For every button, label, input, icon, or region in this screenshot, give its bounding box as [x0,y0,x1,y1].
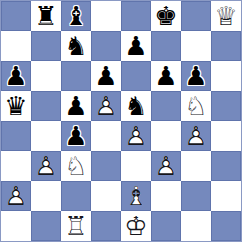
square-b3[interactable]: ♟♙ [31,151,61,181]
piece-black-rook[interactable]: ♜ [33,3,59,29]
square-e1[interactable]: ♚♔ [121,211,151,241]
square-g4[interactable]: ♟♙ [181,121,211,151]
square-d8[interactable] [91,1,121,31]
square-f1[interactable] [151,211,181,241]
square-h7[interactable] [211,31,241,61]
piece-white-king[interactable]: ♚♔ [123,213,149,239]
square-f7[interactable] [151,31,181,61]
piece-white-pawn[interactable]: ♟♙ [153,153,179,179]
square-f2[interactable] [151,181,181,211]
square-b7[interactable] [31,31,61,61]
piece-black-pawn[interactable]: ♟ [123,33,149,59]
square-d2[interactable] [91,181,121,211]
piece-white-pawn[interactable]: ♟♙ [93,93,119,119]
square-f4[interactable] [151,121,181,151]
square-g2[interactable] [181,181,211,211]
chess-board: ♜♝♚♛♕♞♟♟♟♟♟♛♟♟♙♞♞♘♟♟♙♟♙♟♙♞♘♟♙♟♙♝♗♜♖♚♔ [0,0,242,242]
square-c8[interactable]: ♝ [61,1,91,31]
white-pawn-outline: ♙ [3,183,29,209]
black-pawn-glyph: ♟ [63,93,89,119]
square-d7[interactable] [91,31,121,61]
square-c4[interactable]: ♟ [61,121,91,151]
square-c3[interactable]: ♞♘ [61,151,91,181]
piece-white-knight[interactable]: ♞♘ [63,153,89,179]
black-pawn-glyph: ♟ [153,63,179,89]
square-a5[interactable]: ♛ [1,91,31,121]
black-pawn-glyph: ♟ [3,63,29,89]
square-a2[interactable]: ♟♙ [1,181,31,211]
black-knight-glyph: ♞ [123,93,149,119]
square-h8[interactable]: ♛♕ [211,1,241,31]
piece-black-pawn[interactable]: ♟ [153,63,179,89]
square-c6[interactable] [61,61,91,91]
square-b1[interactable] [31,211,61,241]
square-e2[interactable]: ♝♗ [121,181,151,211]
square-d1[interactable] [91,211,121,241]
piece-black-pawn[interactable]: ♟ [63,93,89,119]
piece-black-queen[interactable]: ♛ [3,93,29,119]
square-c7[interactable]: ♞ [61,31,91,61]
square-e5[interactable]: ♞ [121,91,151,121]
square-e4[interactable]: ♟♙ [121,121,151,151]
black-pawn-glyph: ♟ [63,123,89,149]
black-pawn-glyph: ♟ [123,33,149,59]
square-b4[interactable] [31,121,61,151]
square-g5[interactable]: ♞♘ [181,91,211,121]
piece-black-pawn[interactable]: ♟ [183,63,209,89]
piece-white-pawn[interactable]: ♟♙ [3,183,29,209]
black-king-glyph: ♚ [153,3,179,29]
piece-black-king[interactable]: ♚ [153,3,179,29]
square-e8[interactable] [121,1,151,31]
square-a4[interactable] [1,121,31,151]
white-king-outline: ♔ [123,213,149,239]
square-d3[interactable] [91,151,121,181]
square-f3[interactable]: ♟♙ [151,151,181,181]
piece-white-pawn[interactable]: ♟♙ [123,123,149,149]
white-pawn-outline: ♙ [93,93,119,119]
square-c2[interactable] [61,181,91,211]
square-d4[interactable] [91,121,121,151]
square-h6[interactable] [211,61,241,91]
square-b8[interactable]: ♜ [31,1,61,31]
black-queen-glyph: ♛ [3,93,29,119]
square-a3[interactable] [1,151,31,181]
black-pawn-glyph: ♟ [93,63,119,89]
square-e3[interactable] [121,151,151,181]
square-b5[interactable] [31,91,61,121]
piece-white-pawn[interactable]: ♟♙ [183,123,209,149]
piece-black-knight[interactable]: ♞ [123,93,149,119]
square-b6[interactable] [31,61,61,91]
black-knight-glyph: ♞ [63,33,89,59]
square-g7[interactable] [181,31,211,61]
square-c5[interactable]: ♟ [61,91,91,121]
square-b2[interactable] [31,181,61,211]
square-a7[interactable] [1,31,31,61]
piece-white-pawn[interactable]: ♟♙ [33,153,59,179]
square-h4[interactable] [211,121,241,151]
square-d6[interactable]: ♟ [91,61,121,91]
square-a8[interactable] [1,1,31,31]
square-h5[interactable] [211,91,241,121]
square-h3[interactable] [211,151,241,181]
piece-black-bishop[interactable]: ♝ [63,3,89,29]
white-pawn-outline: ♙ [153,153,179,179]
black-pawn-glyph: ♟ [183,63,209,89]
white-rook-outline: ♖ [63,213,89,239]
square-g3[interactable] [181,151,211,181]
square-e7[interactable]: ♟ [121,31,151,61]
piece-white-queen[interactable]: ♛♕ [213,3,239,29]
piece-black-pawn[interactable]: ♟ [93,63,119,89]
square-a1[interactable] [1,211,31,241]
white-knight-outline: ♘ [183,93,209,119]
piece-white-bishop[interactable]: ♝♗ [123,183,149,209]
white-pawn-outline: ♙ [183,123,209,149]
square-a6[interactable]: ♟ [1,61,31,91]
square-d5[interactable]: ♟♙ [91,91,121,121]
piece-white-knight[interactable]: ♞♘ [183,93,209,119]
piece-white-rook[interactable]: ♜♖ [63,213,89,239]
piece-black-pawn[interactable]: ♟ [3,63,29,89]
white-queen-outline: ♕ [213,3,239,29]
square-g8[interactable] [181,1,211,31]
white-pawn-outline: ♙ [33,153,59,179]
square-f6[interactable]: ♟ [151,61,181,91]
square-f8[interactable]: ♚ [151,1,181,31]
black-bishop-glyph: ♝ [63,3,89,29]
square-g1[interactable] [181,211,211,241]
square-g6[interactable]: ♟ [181,61,211,91]
square-h2[interactable] [211,181,241,211]
piece-black-knight[interactable]: ♞ [63,33,89,59]
piece-black-pawn[interactable]: ♟ [63,123,89,149]
square-c1[interactable]: ♜♖ [61,211,91,241]
square-f5[interactable] [151,91,181,121]
white-pawn-outline: ♙ [123,123,149,149]
white-knight-outline: ♘ [63,153,89,179]
square-e6[interactable] [121,61,151,91]
black-rook-glyph: ♜ [33,3,59,29]
white-bishop-outline: ♗ [123,183,149,209]
square-h1[interactable] [211,211,241,241]
